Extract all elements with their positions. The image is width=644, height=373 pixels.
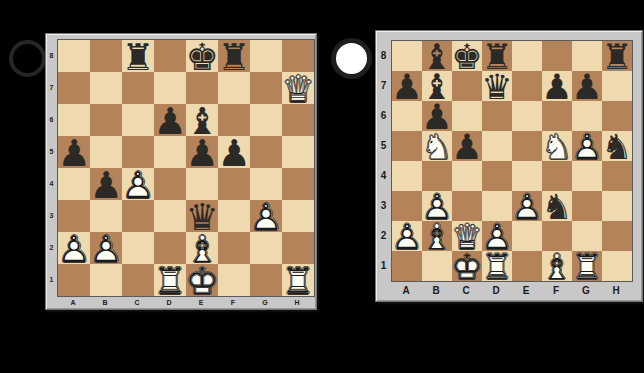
square-e8[interactable] bbox=[512, 41, 542, 71]
square-a2[interactable]: ♟♙ bbox=[58, 232, 90, 264]
square-b4[interactable]: ♟ bbox=[90, 168, 122, 200]
file-label-e: E bbox=[185, 296, 217, 309]
square-g7[interactable]: ♟ bbox=[572, 71, 602, 101]
square-b6[interactable] bbox=[90, 104, 122, 136]
rank-labels: 87654321 bbox=[376, 40, 391, 280]
square-g1[interactable] bbox=[250, 264, 282, 296]
board-squares: ♜♚♜♛♕♟♝♟♟♟♟♟♙♛♟♙♟♙♟♙♝♗♜♖♚♔♜♖ bbox=[57, 39, 315, 297]
black-pawn: ♟ bbox=[391, 70, 422, 105]
file-label-f: F bbox=[217, 296, 249, 309]
black-pawn: ♟ bbox=[57, 135, 90, 172]
rank-label-2: 2 bbox=[376, 220, 391, 250]
square-a1[interactable] bbox=[58, 264, 90, 296]
square-f5[interactable]: ♞♘ bbox=[542, 131, 572, 161]
white-king: ♚♔ bbox=[451, 250, 482, 285]
file-label-h: H bbox=[281, 296, 313, 309]
black-to-move-indicator bbox=[9, 40, 46, 77]
black-pawn: ♟ bbox=[541, 70, 572, 105]
white-knight: ♞♘ bbox=[421, 130, 452, 165]
square-f7[interactable]: ♟ bbox=[542, 71, 572, 101]
square-a8[interactable] bbox=[58, 40, 90, 72]
rank-label-4: 4 bbox=[376, 160, 391, 190]
square-b5[interactable]: ♞♘ bbox=[422, 131, 452, 161]
file-label-h: H bbox=[601, 281, 631, 299]
square-a2[interactable]: ♟♙ bbox=[392, 221, 422, 251]
square-g5[interactable] bbox=[250, 136, 282, 168]
white-pawn: ♟♙ bbox=[391, 220, 422, 255]
square-d3[interactable] bbox=[154, 200, 186, 232]
chessboard-right: 87654321 ♝♚♜♜♟♝♛♟♟♟♞♘♟♞♘♟♙♞♟♙♟♙♞♟♙♝♗♛♕♟♙… bbox=[375, 30, 643, 302]
white-pawn: ♟♙ bbox=[511, 190, 542, 225]
white-knight: ♞♘ bbox=[541, 130, 572, 165]
square-e5[interactable] bbox=[512, 131, 542, 161]
square-h8[interactable]: ♜ bbox=[602, 41, 632, 71]
white-king: ♚♔ bbox=[185, 263, 218, 300]
square-a4[interactable] bbox=[392, 161, 422, 191]
square-c1[interactable]: ♚♔ bbox=[452, 251, 482, 281]
square-h5[interactable]: ♞ bbox=[602, 131, 632, 161]
square-c6[interactable] bbox=[122, 104, 154, 136]
square-c3[interactable] bbox=[122, 200, 154, 232]
white-bishop: ♝♗ bbox=[421, 220, 452, 255]
square-f8[interactable]: ♜ bbox=[218, 40, 250, 72]
white-rook: ♜♖ bbox=[571, 250, 602, 285]
white-pawn: ♟♙ bbox=[249, 199, 282, 236]
black-pawn: ♟ bbox=[153, 103, 186, 140]
white-pawn: ♟♙ bbox=[121, 167, 154, 204]
square-e2[interactable] bbox=[512, 221, 542, 251]
square-c7[interactable] bbox=[122, 72, 154, 104]
square-g4[interactable] bbox=[572, 161, 602, 191]
square-g2[interactable] bbox=[250, 232, 282, 264]
file-label-c: C bbox=[121, 296, 153, 309]
white-pawn: ♟♙ bbox=[57, 231, 90, 268]
square-c5[interactable]: ♟ bbox=[452, 131, 482, 161]
white-queen: ♛♕ bbox=[281, 71, 314, 108]
rank-label-2: 2 bbox=[46, 231, 57, 263]
square-e8[interactable]: ♚ bbox=[186, 40, 218, 72]
square-f2[interactable] bbox=[218, 232, 250, 264]
black-pawn: ♟ bbox=[217, 135, 250, 172]
file-label-g: G bbox=[249, 296, 281, 309]
square-d4[interactable] bbox=[482, 161, 512, 191]
board-squares: ♝♚♜♜♟♝♛♟♟♟♞♘♟♞♘♟♙♞♟♙♟♙♞♟♙♝♗♛♕♟♙♚♔♜♖♝♗♜♖ bbox=[391, 40, 633, 282]
rank-label-8: 8 bbox=[376, 40, 391, 70]
square-g5[interactable]: ♟♙ bbox=[572, 131, 602, 161]
square-f1[interactable] bbox=[218, 264, 250, 296]
black-pawn: ♟ bbox=[89, 167, 122, 204]
black-queen: ♛ bbox=[481, 70, 512, 105]
square-f7[interactable] bbox=[218, 72, 250, 104]
white-rook: ♜♖ bbox=[153, 263, 186, 300]
square-h1[interactable] bbox=[602, 251, 632, 281]
white-rook: ♜♖ bbox=[481, 250, 512, 285]
square-a6[interactable] bbox=[392, 101, 422, 131]
square-h3[interactable] bbox=[282, 200, 314, 232]
square-h7[interactable] bbox=[602, 71, 632, 101]
square-d5[interactable] bbox=[154, 136, 186, 168]
square-e3[interactable]: ♟♙ bbox=[512, 191, 542, 221]
rank-label-7: 7 bbox=[376, 70, 391, 100]
black-rook: ♜ bbox=[121, 39, 154, 76]
square-h6[interactable] bbox=[282, 104, 314, 136]
square-h4[interactable] bbox=[282, 168, 314, 200]
rank-label-4: 4 bbox=[46, 167, 57, 199]
square-g8[interactable] bbox=[250, 40, 282, 72]
black-king: ♚ bbox=[451, 40, 482, 75]
rank-label-3: 3 bbox=[376, 190, 391, 220]
square-d4[interactable] bbox=[154, 168, 186, 200]
file-label-g: G bbox=[571, 281, 601, 299]
square-d8[interactable] bbox=[154, 40, 186, 72]
rank-label-5: 5 bbox=[376, 130, 391, 160]
square-d5[interactable] bbox=[482, 131, 512, 161]
rank-label-1: 1 bbox=[376, 250, 391, 280]
rank-label-6: 6 bbox=[46, 103, 57, 135]
file-label-e: E bbox=[511, 281, 541, 299]
square-a7[interactable] bbox=[58, 72, 90, 104]
square-c2[interactable] bbox=[122, 232, 154, 264]
square-e1[interactable]: ♚♔ bbox=[186, 264, 218, 296]
square-e1[interactable] bbox=[512, 251, 542, 281]
square-g7[interactable] bbox=[250, 72, 282, 104]
square-h3[interactable] bbox=[602, 191, 632, 221]
square-c8[interactable]: ♚ bbox=[452, 41, 482, 71]
file-label-d: D bbox=[481, 281, 511, 299]
square-c4[interactable] bbox=[452, 161, 482, 191]
square-a4[interactable] bbox=[58, 168, 90, 200]
black-knight: ♞ bbox=[601, 130, 632, 165]
square-h7[interactable]: ♛♕ bbox=[282, 72, 314, 104]
rank-label-7: 7 bbox=[46, 71, 57, 103]
chessboard-left: 87654321 ♜♚♜♛♕♟♝♟♟♟♟♟♙♛♟♙♟♙♟♙♝♗♜♖♚♔♜♖ AB… bbox=[45, 33, 317, 310]
square-d6[interactable] bbox=[482, 101, 512, 131]
square-f5[interactable]: ♟ bbox=[218, 136, 250, 168]
square-f1[interactable]: ♝♗ bbox=[542, 251, 572, 281]
white-pawn: ♟♙ bbox=[571, 130, 602, 165]
square-b2[interactable]: ♟♙ bbox=[90, 232, 122, 264]
file-label-b: B bbox=[89, 296, 121, 309]
black-pawn: ♟ bbox=[185, 135, 218, 172]
square-d1[interactable]: ♜♖ bbox=[482, 251, 512, 281]
square-b7[interactable] bbox=[90, 72, 122, 104]
square-b1[interactable] bbox=[90, 264, 122, 296]
square-h1[interactable]: ♜♖ bbox=[282, 264, 314, 296]
square-b2[interactable]: ♝♗ bbox=[422, 221, 452, 251]
black-pawn: ♟ bbox=[451, 130, 482, 165]
square-h5[interactable] bbox=[282, 136, 314, 168]
square-c8[interactable]: ♜ bbox=[122, 40, 154, 72]
square-c7[interactable] bbox=[452, 71, 482, 101]
rank-label-8: 8 bbox=[46, 39, 57, 71]
black-pawn: ♟ bbox=[571, 70, 602, 105]
black-knight: ♞ bbox=[541, 190, 572, 225]
rank-label-3: 3 bbox=[46, 199, 57, 231]
square-h2[interactable] bbox=[602, 221, 632, 251]
white-rook: ♜♖ bbox=[281, 263, 314, 300]
white-bishop: ♝♗ bbox=[541, 250, 572, 285]
file-labels: ABCDEFGH bbox=[391, 281, 631, 299]
square-d6[interactable]: ♟ bbox=[154, 104, 186, 136]
square-g1[interactable]: ♜♖ bbox=[572, 251, 602, 281]
square-d7[interactable]: ♛ bbox=[482, 71, 512, 101]
square-g6[interactable] bbox=[250, 104, 282, 136]
rank-labels: 87654321 bbox=[46, 39, 57, 295]
white-pawn: ♟♙ bbox=[89, 231, 122, 268]
page-background: 87654321 ♜♚♜♛♕♟♝♟♟♟♟♟♙♛♟♙♟♙♟♙♝♗♜♖♚♔♜♖ AB… bbox=[0, 0, 644, 373]
square-e7[interactable] bbox=[512, 71, 542, 101]
rank-label-1: 1 bbox=[46, 263, 57, 295]
rank-label-5: 5 bbox=[46, 135, 57, 167]
square-c4[interactable]: ♟♙ bbox=[122, 168, 154, 200]
square-e6[interactable] bbox=[512, 101, 542, 131]
square-h4[interactable] bbox=[602, 161, 632, 191]
black-king: ♚ bbox=[185, 39, 218, 76]
square-a5[interactable]: ♟ bbox=[58, 136, 90, 168]
file-label-a: A bbox=[391, 281, 421, 299]
square-a7[interactable]: ♟ bbox=[392, 71, 422, 101]
square-d1[interactable]: ♜♖ bbox=[154, 264, 186, 296]
square-f4[interactable] bbox=[218, 168, 250, 200]
rank-label-6: 6 bbox=[376, 100, 391, 130]
square-b8[interactable] bbox=[90, 40, 122, 72]
square-b1[interactable] bbox=[422, 251, 452, 281]
black-rook: ♜ bbox=[601, 40, 632, 75]
black-rook: ♜ bbox=[217, 39, 250, 76]
file-label-d: D bbox=[153, 296, 185, 309]
file-label-f: F bbox=[541, 281, 571, 299]
square-e5[interactable]: ♟ bbox=[186, 136, 218, 168]
square-g3[interactable] bbox=[572, 191, 602, 221]
file-label-b: B bbox=[421, 281, 451, 299]
square-c1[interactable] bbox=[122, 264, 154, 296]
square-a1[interactable] bbox=[392, 251, 422, 281]
white-to-move-indicator bbox=[331, 38, 372, 79]
file-label-a: A bbox=[57, 296, 89, 309]
file-labels: ABCDEFGH bbox=[57, 296, 313, 309]
square-a5[interactable] bbox=[392, 131, 422, 161]
square-g3[interactable]: ♟♙ bbox=[250, 200, 282, 232]
square-f3[interactable]: ♞ bbox=[542, 191, 572, 221]
file-label-c: C bbox=[451, 281, 481, 299]
square-f3[interactable] bbox=[218, 200, 250, 232]
